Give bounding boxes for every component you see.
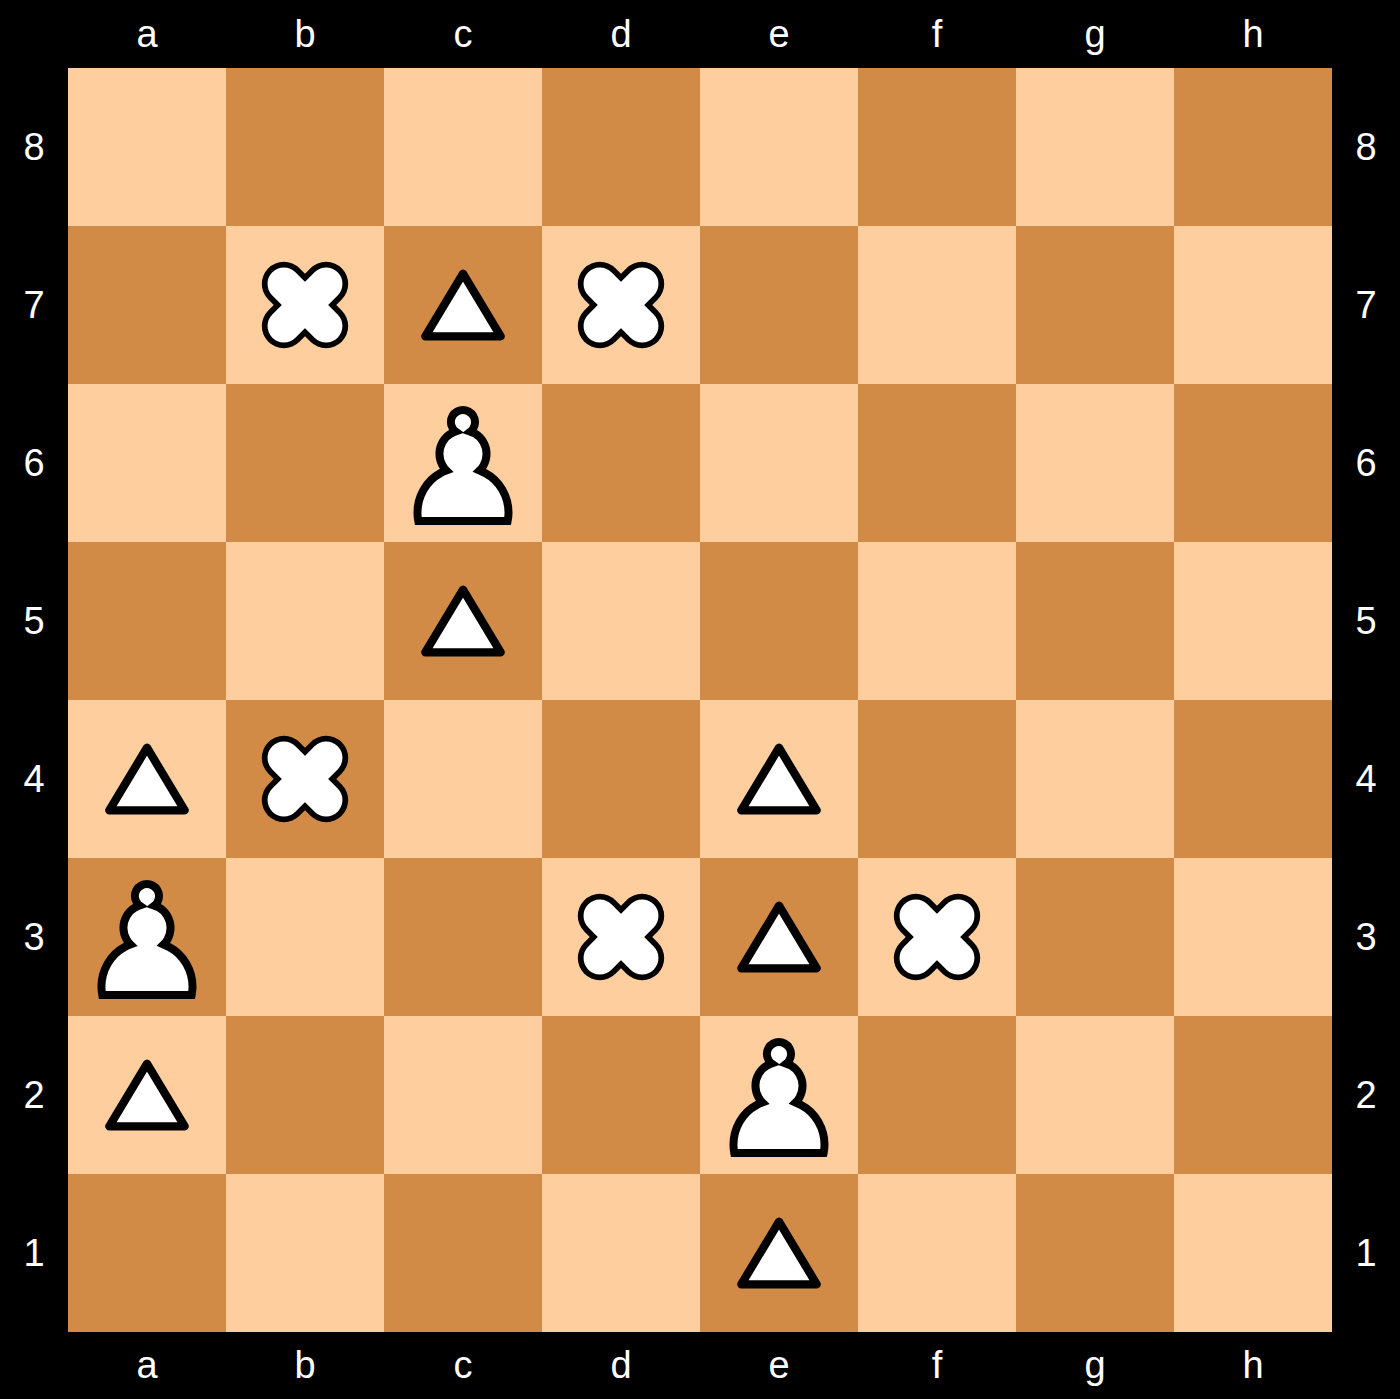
rank-label-2: 2 xyxy=(0,1016,68,1174)
square-d3[interactable] xyxy=(542,858,700,1016)
square-d5[interactable] xyxy=(542,542,700,700)
square-e8[interactable] xyxy=(700,68,858,226)
file-label-g: g xyxy=(1016,1332,1174,1399)
square-b5[interactable] xyxy=(226,542,384,700)
file-label-c: c xyxy=(384,1332,542,1399)
square-g3[interactable] xyxy=(1016,858,1174,1016)
square-a8[interactable] xyxy=(68,68,226,226)
rank-label-2: 2 xyxy=(1332,1016,1400,1174)
square-e1[interactable] xyxy=(700,1174,858,1332)
square-c7[interactable] xyxy=(384,226,542,384)
square-e6[interactable] xyxy=(700,384,858,542)
square-d7[interactable] xyxy=(542,226,700,384)
white-pawn-c6[interactable]: ♟ xyxy=(395,392,531,544)
file-labels-bottom: abcdefgh xyxy=(68,1332,1332,1399)
file-label-e: e xyxy=(700,0,858,68)
square-a2[interactable] xyxy=(68,1016,226,1174)
square-g6[interactable] xyxy=(1016,384,1174,542)
square-f2[interactable] xyxy=(858,1016,1016,1174)
square-d6[interactable] xyxy=(542,384,700,542)
move-marker-triangle-e4 xyxy=(733,733,825,825)
move-marker-triangle-c7 xyxy=(417,259,509,351)
file-label-b: b xyxy=(226,1332,384,1399)
square-d4[interactable] xyxy=(542,700,700,858)
file-label-e: e xyxy=(700,1332,858,1399)
rank-label-6: 6 xyxy=(0,384,68,542)
square-f1[interactable] xyxy=(858,1174,1016,1332)
rank-label-7: 7 xyxy=(1332,226,1400,384)
capture-marker-cross-d3 xyxy=(573,889,669,985)
capture-marker-cross-b4 xyxy=(257,731,353,827)
file-label-c: c xyxy=(384,0,542,68)
file-label-f: f xyxy=(858,0,1016,68)
capture-marker-cross-f3 xyxy=(889,889,985,985)
file-label-a: a xyxy=(68,1332,226,1399)
square-a5[interactable] xyxy=(68,542,226,700)
file-label-f: f xyxy=(858,1332,1016,1399)
square-h5[interactable] xyxy=(1174,542,1332,700)
chessboard-diagram: abcdefgh abcdefgh 87654321 87654321 ♟♟♟ xyxy=(0,0,1400,1399)
file-label-a: a xyxy=(68,0,226,68)
rank-labels-right: 87654321 xyxy=(1332,68,1400,1332)
square-g7[interactable] xyxy=(1016,226,1174,384)
rank-label-3: 3 xyxy=(0,858,68,1016)
square-h4[interactable] xyxy=(1174,700,1332,858)
file-label-d: d xyxy=(542,0,700,68)
move-marker-triangle-e1 xyxy=(733,1207,825,1299)
square-g5[interactable] xyxy=(1016,542,1174,700)
rank-label-4: 4 xyxy=(0,700,68,858)
square-b3[interactable] xyxy=(226,858,384,1016)
rank-label-8: 8 xyxy=(1332,68,1400,226)
square-h1[interactable] xyxy=(1174,1174,1332,1332)
square-g4[interactable] xyxy=(1016,700,1174,858)
square-g2[interactable] xyxy=(1016,1016,1174,1174)
rank-label-1: 1 xyxy=(0,1174,68,1332)
square-e5[interactable] xyxy=(700,542,858,700)
square-d2[interactable] xyxy=(542,1016,700,1174)
rank-label-5: 5 xyxy=(1332,542,1400,700)
square-d8[interactable] xyxy=(542,68,700,226)
rank-label-6: 6 xyxy=(1332,384,1400,542)
square-d1[interactable] xyxy=(542,1174,700,1332)
capture-marker-cross-d7 xyxy=(573,257,669,353)
square-b7[interactable] xyxy=(226,226,384,384)
rank-label-4: 4 xyxy=(1332,700,1400,858)
square-f5[interactable] xyxy=(858,542,1016,700)
square-c1[interactable] xyxy=(384,1174,542,1332)
square-h7[interactable] xyxy=(1174,226,1332,384)
square-c4[interactable] xyxy=(384,700,542,858)
square-h3[interactable] xyxy=(1174,858,1332,1016)
square-c6[interactable]: ♟ xyxy=(384,384,542,542)
file-label-b: b xyxy=(226,0,384,68)
white-pawn-a3[interactable]: ♟ xyxy=(79,866,215,1018)
move-marker-triangle-a2 xyxy=(101,1049,193,1141)
square-h8[interactable] xyxy=(1174,68,1332,226)
rank-label-7: 7 xyxy=(0,226,68,384)
capture-marker-cross-b7 xyxy=(257,257,353,353)
square-f8[interactable] xyxy=(858,68,1016,226)
square-f3[interactable] xyxy=(858,858,1016,1016)
file-label-h: h xyxy=(1174,0,1332,68)
chess-board: ♟♟♟ xyxy=(68,68,1332,1332)
square-f4[interactable] xyxy=(858,700,1016,858)
square-b4[interactable] xyxy=(226,700,384,858)
square-h2[interactable] xyxy=(1174,1016,1332,1174)
rank-label-5: 5 xyxy=(0,542,68,700)
file-label-d: d xyxy=(542,1332,700,1399)
rank-label-3: 3 xyxy=(1332,858,1400,1016)
square-b2[interactable] xyxy=(226,1016,384,1174)
move-marker-triangle-c5 xyxy=(417,575,509,667)
rank-label-1: 1 xyxy=(1332,1174,1400,1332)
square-a4[interactable] xyxy=(68,700,226,858)
square-c2[interactable] xyxy=(384,1016,542,1174)
square-b1[interactable] xyxy=(226,1174,384,1332)
square-c8[interactable] xyxy=(384,68,542,226)
square-e3[interactable] xyxy=(700,858,858,1016)
square-f7[interactable] xyxy=(858,226,1016,384)
move-marker-triangle-a4 xyxy=(101,733,193,825)
square-e2[interactable]: ♟ xyxy=(700,1016,858,1174)
square-e7[interactable] xyxy=(700,226,858,384)
square-a1[interactable] xyxy=(68,1174,226,1332)
square-b6[interactable] xyxy=(226,384,384,542)
square-c3[interactable] xyxy=(384,858,542,1016)
square-b8[interactable] xyxy=(226,68,384,226)
square-g1[interactable] xyxy=(1016,1174,1174,1332)
file-labels-top: abcdefgh xyxy=(68,0,1332,68)
square-e4[interactable] xyxy=(700,700,858,858)
square-g8[interactable] xyxy=(1016,68,1174,226)
square-a7[interactable] xyxy=(68,226,226,384)
file-label-g: g xyxy=(1016,0,1174,68)
file-label-h: h xyxy=(1174,1332,1332,1399)
square-a6[interactable] xyxy=(68,384,226,542)
square-h6[interactable] xyxy=(1174,384,1332,542)
square-f6[interactable] xyxy=(858,384,1016,542)
white-pawn-e2[interactable]: ♟ xyxy=(711,1024,847,1176)
square-c5[interactable] xyxy=(384,542,542,700)
square-a3[interactable]: ♟ xyxy=(68,858,226,1016)
move-marker-triangle-e3 xyxy=(733,891,825,983)
rank-labels-left: 87654321 xyxy=(0,68,68,1332)
rank-label-8: 8 xyxy=(0,68,68,226)
